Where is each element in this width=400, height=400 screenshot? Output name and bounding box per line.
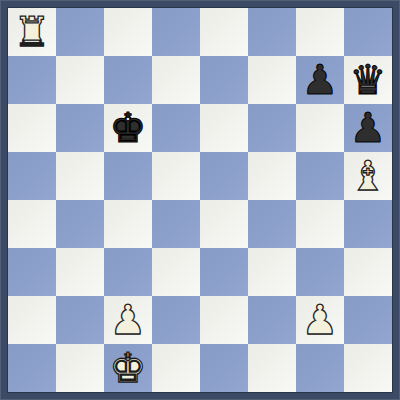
square-h1[interactable] <box>344 344 392 392</box>
square-e8[interactable] <box>200 8 248 56</box>
square-c3[interactable] <box>104 248 152 296</box>
square-h7[interactable]: ♛ <box>344 56 392 104</box>
square-a2[interactable] <box>8 296 56 344</box>
square-e3[interactable] <box>200 248 248 296</box>
square-d4[interactable] <box>152 200 200 248</box>
square-g3[interactable] <box>296 248 344 296</box>
square-f7[interactable] <box>248 56 296 104</box>
square-h4[interactable] <box>344 200 392 248</box>
square-d7[interactable] <box>152 56 200 104</box>
square-f1[interactable] <box>248 344 296 392</box>
square-c4[interactable] <box>104 200 152 248</box>
chess-board: ♜♟♛♚♟♝♟♟♚ <box>0 0 400 400</box>
square-f3[interactable] <box>248 248 296 296</box>
white-rook-piece: ♜ <box>14 8 51 56</box>
square-a7[interactable] <box>8 56 56 104</box>
square-g7[interactable]: ♟ <box>296 56 344 104</box>
square-b2[interactable] <box>56 296 104 344</box>
square-d5[interactable] <box>152 152 200 200</box>
square-h6[interactable]: ♟ <box>344 104 392 152</box>
square-d8[interactable] <box>152 8 200 56</box>
square-h8[interactable] <box>344 8 392 56</box>
square-g2[interactable]: ♟ <box>296 296 344 344</box>
square-d3[interactable] <box>152 248 200 296</box>
square-c1[interactable]: ♚ <box>104 344 152 392</box>
black-king-piece: ♚ <box>110 104 147 152</box>
square-b3[interactable] <box>56 248 104 296</box>
square-b8[interactable] <box>56 8 104 56</box>
square-e1[interactable] <box>200 344 248 392</box>
square-c2[interactable]: ♟ <box>104 296 152 344</box>
square-g6[interactable] <box>296 104 344 152</box>
square-h2[interactable] <box>344 296 392 344</box>
square-c7[interactable] <box>104 56 152 104</box>
square-f4[interactable] <box>248 200 296 248</box>
black-pawn-piece: ♟ <box>350 104 387 152</box>
square-c5[interactable] <box>104 152 152 200</box>
square-b7[interactable] <box>56 56 104 104</box>
square-h3[interactable] <box>344 248 392 296</box>
square-e5[interactable] <box>200 152 248 200</box>
board-squares: ♜♟♛♚♟♝♟♟♚ <box>8 8 392 392</box>
square-b1[interactable] <box>56 344 104 392</box>
square-a6[interactable] <box>8 104 56 152</box>
square-c8[interactable] <box>104 8 152 56</box>
square-f6[interactable] <box>248 104 296 152</box>
square-d2[interactable] <box>152 296 200 344</box>
square-a4[interactable] <box>8 200 56 248</box>
black-pawn-piece: ♟ <box>302 56 339 104</box>
square-f5[interactable] <box>248 152 296 200</box>
square-e6[interactable] <box>200 104 248 152</box>
square-e7[interactable] <box>200 56 248 104</box>
square-a1[interactable] <box>8 344 56 392</box>
white-bishop-piece: ♝ <box>350 152 387 200</box>
square-g8[interactable] <box>296 8 344 56</box>
square-e2[interactable] <box>200 296 248 344</box>
square-d1[interactable] <box>152 344 200 392</box>
square-f2[interactable] <box>248 296 296 344</box>
square-e4[interactable] <box>200 200 248 248</box>
square-a5[interactable] <box>8 152 56 200</box>
square-b6[interactable] <box>56 104 104 152</box>
white-pawn-piece: ♟ <box>110 296 147 344</box>
black-queen-piece: ♛ <box>350 56 387 104</box>
white-king-piece: ♚ <box>110 344 147 392</box>
square-g4[interactable] <box>296 200 344 248</box>
square-a3[interactable] <box>8 248 56 296</box>
square-g5[interactable] <box>296 152 344 200</box>
square-d6[interactable] <box>152 104 200 152</box>
square-c6[interactable]: ♚ <box>104 104 152 152</box>
square-f8[interactable] <box>248 8 296 56</box>
square-b5[interactable] <box>56 152 104 200</box>
square-b4[interactable] <box>56 200 104 248</box>
square-h5[interactable]: ♝ <box>344 152 392 200</box>
square-a8[interactable]: ♜ <box>8 8 56 56</box>
white-pawn-piece: ♟ <box>302 296 339 344</box>
square-g1[interactable] <box>296 344 344 392</box>
